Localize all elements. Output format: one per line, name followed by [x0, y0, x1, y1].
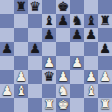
square-b1[interactable]	[14, 98, 28, 112]
piece-black-pawn[interactable]: ♟	[85, 28, 97, 42]
square-h6[interactable]	[98, 28, 112, 42]
piece-black-rook[interactable]: ♜	[15, 0, 27, 14]
square-c4[interactable]	[28, 56, 42, 70]
square-a4[interactable]	[0, 56, 14, 70]
piece-white-rook[interactable]: ♜	[99, 98, 111, 112]
square-d7[interactable]: ♝	[42, 14, 56, 28]
piece-white-pawn[interactable]: ♟	[1, 84, 13, 98]
piece-black-pawn[interactable]: ♟	[29, 42, 41, 56]
chess-board: ♜♛♚♝♟♞♝♜♟♟♟♟♟♟♟♟♟♛♟♟♟♟♝♞♝♜♚♜	[0, 0, 112, 112]
square-c8[interactable]: ♛	[28, 0, 42, 14]
piece-black-bishop[interactable]: ♝	[85, 14, 97, 28]
piece-black-pawn[interactable]: ♟	[43, 28, 55, 42]
square-h3[interactable]: ♟	[98, 70, 112, 84]
square-a3[interactable]	[0, 70, 14, 84]
square-f2[interactable]	[70, 84, 84, 98]
piece-white-pawn[interactable]: ♟	[15, 70, 27, 84]
square-a6[interactable]	[0, 28, 14, 42]
square-f3[interactable]	[70, 70, 84, 84]
square-b8[interactable]: ♜	[14, 0, 28, 14]
square-b5[interactable]	[14, 42, 28, 56]
square-c1[interactable]	[28, 98, 42, 112]
square-f1[interactable]	[70, 98, 84, 112]
square-f7[interactable]: ♞	[70, 14, 84, 28]
square-h2[interactable]	[98, 84, 112, 98]
square-e7[interactable]: ♟	[56, 14, 70, 28]
square-g4[interactable]	[84, 56, 98, 70]
square-g5[interactable]	[84, 42, 98, 56]
piece-white-pawn[interactable]: ♟	[99, 70, 111, 84]
square-b4[interactable]	[14, 56, 28, 70]
piece-black-queen[interactable]: ♛	[29, 0, 41, 14]
square-e2[interactable]: ♞	[56, 84, 70, 98]
piece-white-bishop[interactable]: ♝	[15, 84, 27, 98]
square-c5[interactable]: ♟	[28, 42, 42, 56]
square-d4[interactable]: ♟	[42, 56, 56, 70]
square-f6[interactable]: ♟	[70, 28, 84, 42]
piece-white-pawn[interactable]: ♟	[43, 56, 55, 70]
square-f8[interactable]	[70, 0, 84, 14]
square-g3[interactable]: ♟	[84, 70, 98, 84]
square-h4[interactable]	[98, 56, 112, 70]
square-b2[interactable]: ♝	[14, 84, 28, 98]
square-g8[interactable]	[84, 0, 98, 14]
square-d5[interactable]	[42, 42, 56, 56]
square-b3[interactable]: ♟	[14, 70, 28, 84]
piece-black-pawn[interactable]: ♟	[71, 28, 83, 42]
piece-white-pawn[interactable]: ♟	[71, 56, 83, 70]
square-h7[interactable]: ♜	[98, 14, 112, 28]
square-e5[interactable]	[56, 42, 70, 56]
square-d6[interactable]: ♟	[42, 28, 56, 42]
piece-white-knight[interactable]: ♞	[57, 84, 69, 98]
square-g1[interactable]	[84, 98, 98, 112]
square-g7[interactable]: ♝	[84, 14, 98, 28]
square-e4[interactable]	[56, 56, 70, 70]
piece-white-pawn[interactable]: ♟	[57, 70, 69, 84]
piece-black-rook[interactable]: ♜	[99, 14, 111, 28]
square-c6[interactable]	[28, 28, 42, 42]
square-d3[interactable]: ♛	[42, 70, 56, 84]
square-h1[interactable]: ♜	[98, 98, 112, 112]
square-g2[interactable]: ♝	[84, 84, 98, 98]
piece-black-bishop[interactable]: ♝	[43, 14, 55, 28]
square-d2[interactable]	[42, 84, 56, 98]
square-a7[interactable]	[0, 14, 14, 28]
piece-white-pawn[interactable]: ♟	[85, 70, 97, 84]
piece-black-pawn[interactable]: ♟	[1, 42, 13, 56]
square-b7[interactable]	[14, 14, 28, 28]
square-b6[interactable]	[14, 28, 28, 42]
square-e6[interactable]	[56, 28, 70, 42]
square-a5[interactable]: ♟	[0, 42, 14, 56]
piece-black-king[interactable]: ♚	[57, 0, 69, 14]
square-c7[interactable]	[28, 14, 42, 28]
square-h5[interactable]: ♟	[98, 42, 112, 56]
square-f4[interactable]: ♟	[70, 56, 84, 70]
piece-white-king[interactable]: ♚	[57, 98, 69, 112]
piece-black-queen[interactable]: ♛	[43, 70, 55, 84]
square-e3[interactable]: ♟	[56, 70, 70, 84]
square-a2[interactable]: ♟	[0, 84, 14, 98]
square-d8[interactable]	[42, 0, 56, 14]
square-a1[interactable]	[0, 98, 14, 112]
square-e8[interactable]: ♚	[56, 0, 70, 14]
square-f5[interactable]	[70, 42, 84, 56]
piece-white-bishop[interactable]: ♝	[85, 84, 97, 98]
square-a8[interactable]	[0, 0, 14, 14]
square-d1[interactable]: ♜	[42, 98, 56, 112]
square-g6[interactable]: ♟	[84, 28, 98, 42]
piece-black-knight[interactable]: ♞	[71, 14, 83, 28]
square-c3[interactable]	[28, 70, 42, 84]
square-c2[interactable]	[28, 84, 42, 98]
piece-black-pawn[interactable]: ♟	[57, 14, 69, 28]
square-h8[interactable]	[98, 0, 112, 14]
piece-white-rook[interactable]: ♜	[43, 98, 55, 112]
piece-black-pawn[interactable]: ♟	[99, 42, 111, 56]
square-e1[interactable]: ♚	[56, 98, 70, 112]
